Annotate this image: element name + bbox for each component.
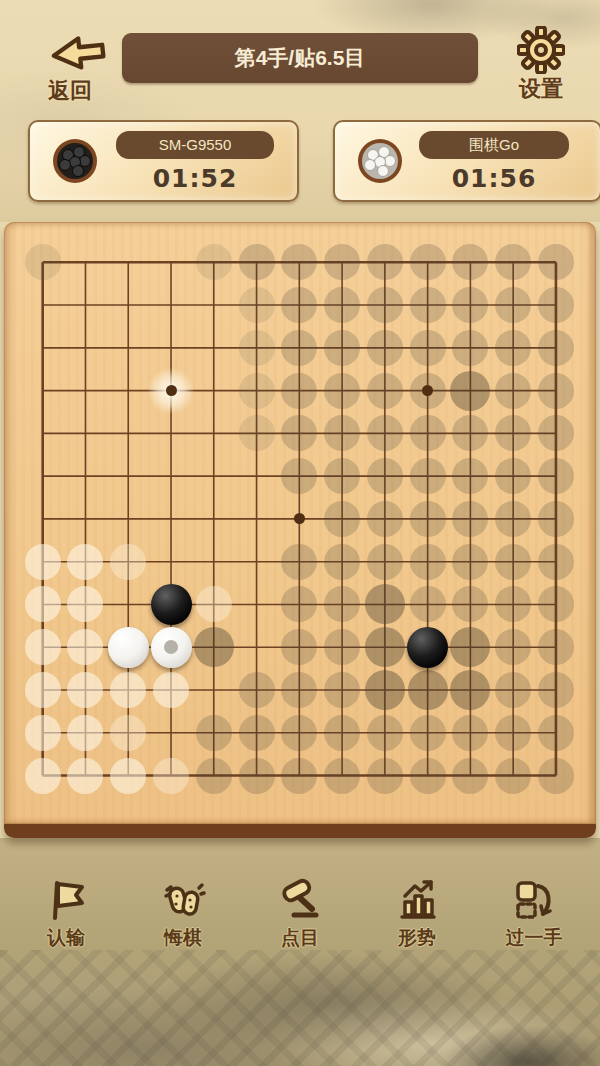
white-player-card: 围棋Go 01:56 [333,120,600,202]
black-influence-dot [410,458,446,494]
black-influence-dot [495,501,531,537]
white-influence-dot [196,586,232,622]
black-influence-dot [239,715,275,751]
count-gavel-icon [276,876,324,924]
black-influence-dot [239,415,275,451]
black-influence-dot [324,330,360,366]
black-influence-dot [367,330,403,366]
white-player-name: 围棋Go [419,131,569,159]
white-influence-dot [153,758,189,794]
black-influence-dot [495,287,531,323]
black-influence-dot [365,670,405,710]
black-influence-dot [324,287,360,323]
black-influence-dot [410,544,446,580]
black-influence-dot [495,715,531,751]
black-influence-dot [538,501,574,537]
black-influence-dot [410,586,446,622]
move-info-bar: 第4手/贴6.5目 [122,33,478,83]
black-influence-dot [25,244,61,280]
black-influence-dot [538,629,574,665]
white-influence-dot [153,672,189,708]
black-influence-dot [196,758,232,794]
black-influence-dot [495,544,531,580]
situation-chart-icon [393,876,441,924]
black-influence-dot [239,287,275,323]
white-stone [108,627,149,668]
black-influence-dot [281,758,317,794]
black-influence-dot [450,371,490,411]
black-influence-dot [367,458,403,494]
black-influence-dot [538,458,574,494]
black-influence-dot [196,715,232,751]
black-influence-dot [324,672,360,708]
black-influence-dot [538,715,574,751]
black-influence-dot [538,373,574,409]
black-influence-dot [410,287,446,323]
black-influence-dot [324,544,360,580]
white-influence-dot [25,544,61,580]
black-influence-dot [367,501,403,537]
black-influence-dot [495,758,531,794]
black-influence-dot [367,758,403,794]
white-influence-dot [67,544,103,580]
settings-button-label: 设置 [506,74,576,104]
star-point [166,385,177,396]
white-influence-dot [110,715,146,751]
back-button-label: 返回 [26,76,114,106]
white-influence-dot [25,758,61,794]
black-influence-dot [365,627,405,667]
bottom-toolbar: 认输 悔棋 点目 [18,876,582,972]
black-influence-dot [324,373,360,409]
black-player-card: SM-G9550 01:52 [28,120,299,202]
black-influence-dot [281,330,317,366]
black-player-name: SM-G9550 [116,131,274,159]
black-influence-dot [196,244,232,280]
black-influence-dot [410,330,446,366]
count-label: 点目 [281,925,319,951]
black-stone [407,627,448,668]
situation-button[interactable]: 形势 [369,876,465,972]
go-board[interactable] [4,222,596,838]
black-stone [151,584,192,625]
black-influence-dot [452,544,488,580]
black-influence-dot [239,244,275,280]
black-influence-dot [495,373,531,409]
black-influence-dot [367,244,403,280]
black-influence-dot [410,501,446,537]
black-influence-dot [367,287,403,323]
black-stones-bowl-avatar [51,137,99,185]
back-arrow-icon [29,24,110,84]
black-influence-dot [281,715,317,751]
black-player-clock: 01:52 [116,164,274,193]
white-influence-dot [110,672,146,708]
pass-label: 过一手 [506,925,563,951]
white-influence-dot [25,629,61,665]
count-button[interactable]: 点目 [252,876,348,972]
white-influence-dot [67,715,103,751]
white-stones-bowl-avatar [356,137,404,185]
black-influence-dot [410,415,446,451]
resign-flag-icon [42,876,90,924]
white-influence-dot [110,758,146,794]
last-move-marker [164,640,178,654]
black-influence-dot [367,715,403,751]
black-influence-dot [239,373,275,409]
black-influence-dot [324,715,360,751]
black-influence-dot [452,715,488,751]
black-influence-dot [538,544,574,580]
black-influence-dot [538,330,574,366]
gear-icon [517,26,565,74]
black-influence-dot [452,330,488,366]
resign-label: 认输 [47,925,85,951]
black-influence-dot [194,627,234,667]
white-influence-dot [67,758,103,794]
black-influence-dot [452,758,488,794]
white-player-clock: 01:56 [419,164,569,193]
white-influence-dot [25,672,61,708]
black-influence-dot [324,758,360,794]
black-influence-dot [367,544,403,580]
black-influence-dot [239,758,275,794]
situation-label: 形势 [398,925,436,951]
black-influence-dot [495,330,531,366]
black-influence-dot [495,672,531,708]
white-influence-dot [25,715,61,751]
black-influence-dot [324,501,360,537]
pass-move-icon [510,876,558,924]
pass-button[interactable]: 过一手 [486,876,582,972]
black-influence-dot [408,670,448,710]
black-influence-dot [239,672,275,708]
undo-label: 悔棋 [164,925,202,951]
black-influence-dot [410,244,446,280]
black-influence-dot [538,758,574,794]
black-influence-dot [367,415,403,451]
black-influence-dot [538,244,574,280]
black-influence-dot [239,330,275,366]
resign-button[interactable]: 认输 [18,876,114,972]
black-influence-dot [281,373,317,409]
black-influence-dot [410,715,446,751]
white-stone [151,627,192,668]
white-influence-dot [25,586,61,622]
black-influence-dot [538,287,574,323]
black-influence-dot [538,672,574,708]
black-influence-dot [281,544,317,580]
undo-move-icon [159,876,207,924]
black-influence-dot [324,458,360,494]
white-influence-dot [110,544,146,580]
black-influence-dot [410,758,446,794]
black-influence-dot [367,373,403,409]
undo-button[interactable]: 悔棋 [135,876,231,972]
